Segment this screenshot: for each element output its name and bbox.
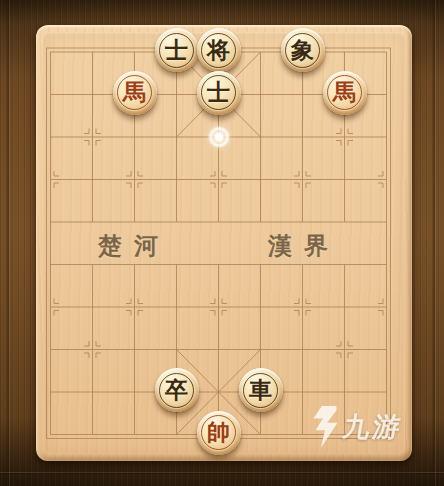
piece-character: 将	[207, 38, 230, 61]
piece-character: 車	[249, 378, 272, 401]
piece-character: 卒	[165, 378, 188, 401]
piece-character: 帥	[207, 420, 230, 443]
piece-character: 馬	[333, 80, 356, 103]
piece-character: 象	[291, 38, 314, 61]
piece-black-pawn[interactable]: 卒	[155, 368, 199, 412]
piece-red-horse[interactable]: 馬	[113, 71, 157, 115]
piece-character: 馬	[123, 80, 146, 103]
piece-red-horse[interactable]: 馬	[323, 71, 367, 115]
wood-plank-groove	[0, 472, 444, 473]
piece-black-elephant[interactable]: 象	[281, 28, 325, 72]
piece-red-general[interactable]: 帥	[197, 411, 241, 455]
piece-character: 士	[207, 80, 230, 103]
piece-black-chariot[interactable]: 車	[239, 368, 283, 412]
piece-character: 士	[165, 38, 188, 61]
piece-black-advisor[interactable]: 士	[197, 71, 241, 115]
piece-black-advisor[interactable]: 士	[155, 28, 199, 72]
wood-plank-groove	[433, 0, 435, 486]
river-label-han-jie: 漢界	[268, 230, 340, 262]
river-label-chu-he: 楚河	[98, 230, 170, 262]
piece-black-general[interactable]: 将	[197, 28, 241, 72]
wood-plank-groove	[7, 0, 9, 486]
app-background: 楚河 漢界 士将象馬士馬卒車帥 九游	[0, 0, 444, 486]
